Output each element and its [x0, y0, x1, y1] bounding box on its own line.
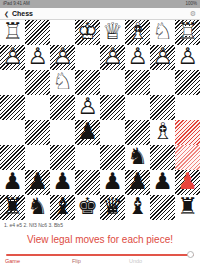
piece-outline: ♙	[0, 43, 25, 70]
square-e3[interactable]	[75, 70, 100, 95]
square-e4[interactable]: ♟♙	[75, 95, 100, 120]
square-g3[interactable]	[25, 70, 50, 95]
piece-outline: ♖	[0, 18, 25, 45]
piece-black-knight[interactable]: ♞	[25, 193, 50, 220]
piece-white-pawn[interactable]: ♟♙	[50, 43, 75, 70]
square-h6[interactable]	[0, 145, 25, 170]
square-c3[interactable]	[125, 70, 150, 95]
piece-white-bishop[interactable]: ♝♗	[150, 118, 175, 145]
piece-outline: ♗	[125, 18, 150, 45]
chess-board[interactable]: ♜♖♚♔♛♕♝♗♞♘♜♖♟♙♟♙♟♙♟♙♟♙♟♙♟♙♞♘♟♙♟♝♗♞♟♟♟♟♟♟…	[0, 20, 200, 220]
legal-moves-banner: View legal moves for each piece!	[0, 234, 200, 245]
bottom-toolbar: Game Flip Undo	[0, 256, 200, 266]
square-b6[interactable]	[150, 145, 175, 170]
square-c2[interactable]: ♟♙	[125, 45, 150, 70]
square-c8[interactable]: ♝	[125, 195, 150, 220]
square-h1[interactable]: ♜♖	[0, 20, 25, 45]
piece-white-pawn[interactable]: ♟♙	[25, 43, 50, 70]
square-e2[interactable]	[75, 45, 100, 70]
square-f8[interactable]: ♝	[50, 195, 75, 220]
piece-white-knight[interactable]: ♞♘	[50, 68, 75, 95]
square-f7[interactable]: ♟	[50, 170, 75, 195]
square-c4[interactable]	[125, 95, 150, 120]
square-g6[interactable]	[25, 145, 50, 170]
piece-white-bishop[interactable]: ♝♗	[125, 18, 150, 45]
square-a7[interactable]: ♟	[175, 170, 200, 195]
square-h4[interactable]	[0, 95, 25, 120]
square-e7[interactable]	[75, 170, 100, 195]
piece-outline: ♙	[125, 43, 150, 70]
square-c1[interactable]: ♝♗	[125, 20, 150, 45]
piece-white-pawn[interactable]: ♟♙	[0, 43, 25, 70]
square-h8[interactable]: ♜	[0, 195, 25, 220]
square-d5[interactable]	[100, 120, 125, 145]
piece-white-rook[interactable]: ♜♖	[175, 18, 200, 45]
square-a6[interactable]	[175, 145, 200, 170]
piece-black-rook[interactable]: ♜	[0, 193, 25, 220]
status-battery: 100%	[185, 0, 197, 8]
piece-outline: ♙	[50, 43, 75, 70]
piece-outline: ♙	[175, 43, 200, 70]
square-a5[interactable]	[175, 120, 200, 145]
square-h3[interactable]	[0, 70, 25, 95]
square-g4[interactable]	[25, 95, 50, 120]
piece-outline: ♔	[75, 18, 100, 45]
square-g7[interactable]: ♟	[25, 170, 50, 195]
square-d3[interactable]	[100, 70, 125, 95]
square-h2[interactable]: ♟♙	[0, 45, 25, 70]
square-h7[interactable]: ♟	[0, 170, 25, 195]
square-f4[interactable]	[50, 95, 75, 120]
settings-gear-icon[interactable]: ⚙	[190, 10, 196, 18]
square-e6[interactable]	[75, 145, 100, 170]
square-f1[interactable]	[50, 20, 75, 45]
flip-button[interactable]: Flip	[72, 258, 81, 264]
game-button[interactable]: Game	[5, 258, 20, 264]
piece-white-queen[interactable]: ♛♕	[100, 18, 125, 45]
square-f6[interactable]	[50, 145, 75, 170]
piece-white-pawn[interactable]: ♟♙	[125, 43, 150, 70]
square-f3[interactable]: ♞♘	[50, 70, 75, 95]
square-b1[interactable]: ♞♘	[150, 20, 175, 45]
status-carrier-time: iPad 9:41 AM	[3, 0, 30, 8]
piece-outline: ♙	[150, 43, 175, 70]
piece-white-pawn[interactable]: ♟♙	[100, 43, 125, 70]
piece-black-pawn[interactable]: ♟	[50, 168, 75, 195]
square-d2[interactable]: ♟♙	[100, 45, 125, 70]
square-b4[interactable]	[150, 95, 175, 120]
square-d4[interactable]	[100, 95, 125, 120]
square-b3[interactable]	[150, 70, 175, 95]
square-c5[interactable]	[125, 120, 150, 145]
square-b7[interactable]: ♟	[150, 170, 175, 195]
square-g2[interactable]: ♟♙	[25, 45, 50, 70]
piece-white-king[interactable]: ♚♔	[75, 18, 100, 45]
square-d7[interactable]: ♟	[100, 170, 125, 195]
piece-outline: ♙	[75, 93, 100, 120]
square-b5[interactable]: ♝♗	[150, 120, 175, 145]
piece-outline: ♙	[100, 43, 125, 70]
square-b8[interactable]	[150, 195, 175, 220]
square-g8[interactable]: ♞	[25, 195, 50, 220]
piece-black-king[interactable]: ♚	[75, 193, 100, 220]
square-a1[interactable]: ♜♖	[175, 20, 200, 45]
square-d1[interactable]: ♛♕	[100, 20, 125, 45]
piece-black-knight[interactable]: ♞	[125, 143, 150, 170]
piece-outline: ♗	[150, 118, 175, 145]
square-e5[interactable]: ♟	[75, 120, 100, 145]
piece-black-bishop[interactable]: ♝	[125, 193, 150, 220]
piece-outline: ♘	[50, 68, 75, 95]
piece-black-pawn[interactable]: ♟	[125, 168, 150, 195]
square-g5[interactable]	[25, 120, 50, 145]
page-title: Chess	[12, 10, 33, 17]
chess-app-screen: iPad 9:41 AM 100% ❮ Chess ⚙ ♜♖♚♔♛♕♝♗♞♘♜♖…	[0, 0, 200, 266]
piece-black-pawn[interactable]: ♟	[25, 168, 50, 195]
piece-black-rook[interactable]: ♜	[175, 193, 200, 220]
square-d6[interactable]	[100, 145, 125, 170]
piece-outline: ♙	[25, 43, 50, 70]
piece-black-pawn[interactable]: ♟	[0, 168, 25, 195]
piece-white-pawn[interactable]: ♟♙	[75, 93, 100, 120]
square-h5[interactable]	[0, 120, 25, 145]
square-f2[interactable]: ♟♙	[50, 45, 75, 70]
square-d8[interactable]: ♛	[100, 195, 125, 220]
piece-outline: ♖	[175, 18, 200, 45]
undo-button[interactable]: Undo	[129, 258, 142, 264]
square-a4[interactable]	[175, 95, 200, 120]
move-list: 1. e4 e5 2. Nf3 Nc6 3. Bb5	[4, 222, 63, 228]
square-a8[interactable]: ♜	[175, 195, 200, 220]
square-a3[interactable]	[175, 70, 200, 95]
square-a2[interactable]: ♟♙	[175, 45, 200, 70]
piece-outline: ♘	[150, 18, 175, 45]
piece-white-pawn[interactable]: ♟♙	[175, 43, 200, 70]
square-f5[interactable]	[50, 120, 75, 145]
piece-black-pawn[interactable]: ♟	[100, 168, 125, 195]
square-c6[interactable]: ♞	[125, 145, 150, 170]
back-chevron-icon[interactable]: ❮	[4, 10, 9, 17]
piece-white-knight[interactable]: ♞♘	[150, 18, 175, 45]
piece-outline: ♕	[100, 18, 125, 45]
status-bar: iPad 9:41 AM 100%	[0, 0, 200, 8]
piece-black-pawn[interactable]: ♟	[75, 118, 100, 145]
piece-black-pawn[interactable]: ♟	[150, 168, 175, 195]
piece-black-queen[interactable]: ♛	[100, 193, 125, 220]
piece-black-bishop[interactable]: ♝	[50, 193, 75, 220]
piece-white-pawn[interactable]: ♟♙	[150, 43, 175, 70]
square-b2[interactable]: ♟♙	[150, 45, 175, 70]
square-e1[interactable]: ♚♔	[75, 20, 100, 45]
piece-white-rook[interactable]: ♜♖	[0, 18, 25, 45]
square-g1[interactable]	[25, 20, 50, 45]
square-e8[interactable]: ♚	[75, 195, 100, 220]
piece-black-pawn-selected[interactable]: ♟	[175, 168, 200, 195]
square-c7[interactable]: ♟	[125, 170, 150, 195]
